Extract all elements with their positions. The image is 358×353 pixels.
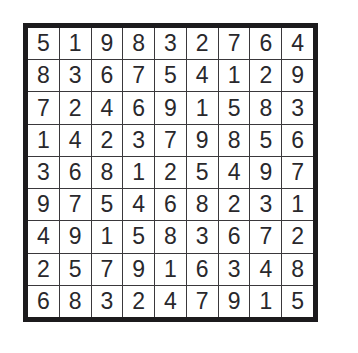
cell-r8c7: 3 bbox=[219, 254, 250, 285]
cell-r9c6: 7 bbox=[187, 286, 218, 317]
cell-r7c2: 9 bbox=[60, 221, 91, 252]
cell-r3c9: 3 bbox=[282, 92, 313, 123]
cell-r5c7: 4 bbox=[219, 157, 250, 188]
cell-r2c4: 7 bbox=[123, 60, 154, 91]
cell-r8c4: 9 bbox=[123, 254, 154, 285]
cell-r5c1: 3 bbox=[28, 157, 59, 188]
cell-r1c5: 3 bbox=[155, 28, 186, 59]
cell-r9c5: 4 bbox=[155, 286, 186, 317]
cell-r7c6: 3 bbox=[187, 221, 218, 252]
cell-r2c3: 6 bbox=[92, 60, 123, 91]
cell-r5c8: 9 bbox=[250, 157, 281, 188]
cell-r4c6: 9 bbox=[187, 125, 218, 156]
cell-r9c9: 5 bbox=[282, 286, 313, 317]
cell-r3c4: 6 bbox=[123, 92, 154, 123]
cell-r5c2: 6 bbox=[60, 157, 91, 188]
cell-r5c3: 8 bbox=[92, 157, 123, 188]
cell-r9c1: 6 bbox=[28, 286, 59, 317]
cell-r7c7: 6 bbox=[219, 221, 250, 252]
cell-r2c2: 3 bbox=[60, 60, 91, 91]
cell-r1c3: 9 bbox=[92, 28, 123, 59]
cell-r8c3: 7 bbox=[92, 254, 123, 285]
cell-r6c2: 7 bbox=[60, 189, 91, 220]
cell-r1c8: 6 bbox=[250, 28, 281, 59]
cell-r6c4: 4 bbox=[123, 189, 154, 220]
cell-r3c3: 4 bbox=[92, 92, 123, 123]
cell-r3c6: 1 bbox=[187, 92, 218, 123]
cell-r4c5: 7 bbox=[155, 125, 186, 156]
cell-r4c2: 4 bbox=[60, 125, 91, 156]
cell-r2c8: 2 bbox=[250, 60, 281, 91]
cell-r1c7: 7 bbox=[219, 28, 250, 59]
cell-r9c7: 9 bbox=[219, 286, 250, 317]
cell-r3c1: 7 bbox=[28, 92, 59, 123]
cell-r6c5: 6 bbox=[155, 189, 186, 220]
cell-r5c4: 1 bbox=[123, 157, 154, 188]
cell-r6c7: 2 bbox=[219, 189, 250, 220]
cell-r4c4: 3 bbox=[123, 125, 154, 156]
cell-r4c3: 2 bbox=[92, 125, 123, 156]
cell-r4c9: 6 bbox=[282, 125, 313, 156]
cell-r2c7: 1 bbox=[219, 60, 250, 91]
cell-r2c6: 4 bbox=[187, 60, 218, 91]
cell-r6c1: 9 bbox=[28, 189, 59, 220]
cell-r4c7: 8 bbox=[219, 125, 250, 156]
cell-r7c3: 1 bbox=[92, 221, 123, 252]
cell-r8c1: 2 bbox=[28, 254, 59, 285]
page: { "game": "sudoku", "state": "solved", "… bbox=[0, 0, 358, 353]
cell-r8c5: 1 bbox=[155, 254, 186, 285]
cell-r6c9: 1 bbox=[282, 189, 313, 220]
cell-r1c6: 2 bbox=[187, 28, 218, 59]
cell-r9c8: 1 bbox=[250, 286, 281, 317]
cell-r7c8: 7 bbox=[250, 221, 281, 252]
cell-r8c9: 8 bbox=[282, 254, 313, 285]
cell-r1c1: 5 bbox=[28, 28, 59, 59]
cell-r5c9: 7 bbox=[282, 157, 313, 188]
cell-r8c8: 4 bbox=[250, 254, 281, 285]
cell-r7c5: 8 bbox=[155, 221, 186, 252]
cell-r3c7: 5 bbox=[219, 92, 250, 123]
cell-r9c2: 8 bbox=[60, 286, 91, 317]
cell-r7c1: 4 bbox=[28, 221, 59, 252]
cell-r2c5: 5 bbox=[155, 60, 186, 91]
cell-r8c6: 6 bbox=[187, 254, 218, 285]
cell-r3c2: 2 bbox=[60, 92, 91, 123]
cell-r2c1: 8 bbox=[28, 60, 59, 91]
cell-r8c2: 5 bbox=[60, 254, 91, 285]
cell-r5c5: 2 bbox=[155, 157, 186, 188]
cell-r2c9: 9 bbox=[282, 60, 313, 91]
cell-r1c9: 4 bbox=[282, 28, 313, 59]
cell-r1c2: 1 bbox=[60, 28, 91, 59]
cell-r3c5: 9 bbox=[155, 92, 186, 123]
sudoku-board: 5198327648367541297246915831423798563681… bbox=[23, 23, 318, 322]
cell-r9c3: 3 bbox=[92, 286, 123, 317]
cell-r5c6: 5 bbox=[187, 157, 218, 188]
cell-r9c4: 2 bbox=[123, 286, 154, 317]
cell-r7c9: 2 bbox=[282, 221, 313, 252]
cell-r4c8: 5 bbox=[250, 125, 281, 156]
cell-r6c8: 3 bbox=[250, 189, 281, 220]
cell-r3c8: 8 bbox=[250, 92, 281, 123]
cell-r6c6: 8 bbox=[187, 189, 218, 220]
cell-r7c4: 5 bbox=[123, 221, 154, 252]
cell-r4c1: 1 bbox=[28, 125, 59, 156]
cell-r1c4: 8 bbox=[123, 28, 154, 59]
cell-r6c3: 5 bbox=[92, 189, 123, 220]
